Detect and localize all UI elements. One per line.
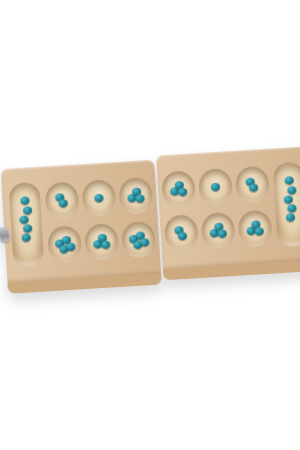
stone[interactable] bbox=[101, 240, 110, 249]
pit-top-5[interactable] bbox=[198, 168, 233, 206]
stone[interactable] bbox=[19, 215, 28, 224]
pit-bottom-2[interactable] bbox=[84, 223, 119, 261]
stone[interactable] bbox=[255, 227, 264, 236]
stone[interactable] bbox=[23, 224, 32, 233]
stone[interactable] bbox=[178, 232, 187, 241]
pit-grid-right bbox=[161, 165, 273, 253]
board-half-right bbox=[156, 146, 300, 280]
store-left[interactable] bbox=[8, 182, 44, 268]
stone[interactable] bbox=[287, 204, 296, 213]
mancala-board bbox=[0, 151, 299, 293]
pit-bottom-5[interactable] bbox=[201, 212, 236, 250]
pit-bottom-3[interactable] bbox=[121, 221, 156, 259]
metal-latch-icon bbox=[0, 226, 10, 242]
stone[interactable] bbox=[140, 238, 149, 247]
stone[interactable] bbox=[284, 176, 293, 185]
pit-top-3[interactable] bbox=[118, 177, 153, 215]
pit-top-2[interactable] bbox=[81, 179, 116, 217]
pit-bottom-6[interactable] bbox=[238, 210, 273, 248]
pit-top-4[interactable] bbox=[161, 170, 196, 208]
pit-top-1[interactable] bbox=[44, 181, 79, 219]
stone[interactable] bbox=[284, 195, 293, 204]
pit-grid-left bbox=[44, 176, 156, 264]
pit-bottom-1[interactable] bbox=[47, 225, 82, 263]
board-tilt-wrapper bbox=[0, 151, 299, 293]
stone[interactable] bbox=[23, 206, 32, 215]
product-photo-stage bbox=[0, 0, 300, 450]
stone[interactable] bbox=[218, 229, 227, 238]
stone[interactable] bbox=[66, 243, 75, 252]
stone[interactable] bbox=[58, 199, 67, 208]
stone[interactable] bbox=[287, 186, 296, 195]
pit-bottom-4[interactable] bbox=[164, 214, 199, 252]
stone[interactable] bbox=[211, 183, 220, 192]
stone[interactable] bbox=[178, 188, 187, 197]
store-right[interactable] bbox=[273, 162, 300, 248]
stone[interactable] bbox=[20, 196, 29, 205]
pit-top-6[interactable] bbox=[235, 166, 270, 204]
stone[interactable] bbox=[286, 213, 295, 222]
stone[interactable] bbox=[135, 194, 144, 203]
board-half-left bbox=[0, 160, 161, 294]
stone[interactable] bbox=[21, 233, 30, 242]
stone[interactable] bbox=[94, 194, 103, 203]
stone[interactable] bbox=[249, 183, 258, 192]
